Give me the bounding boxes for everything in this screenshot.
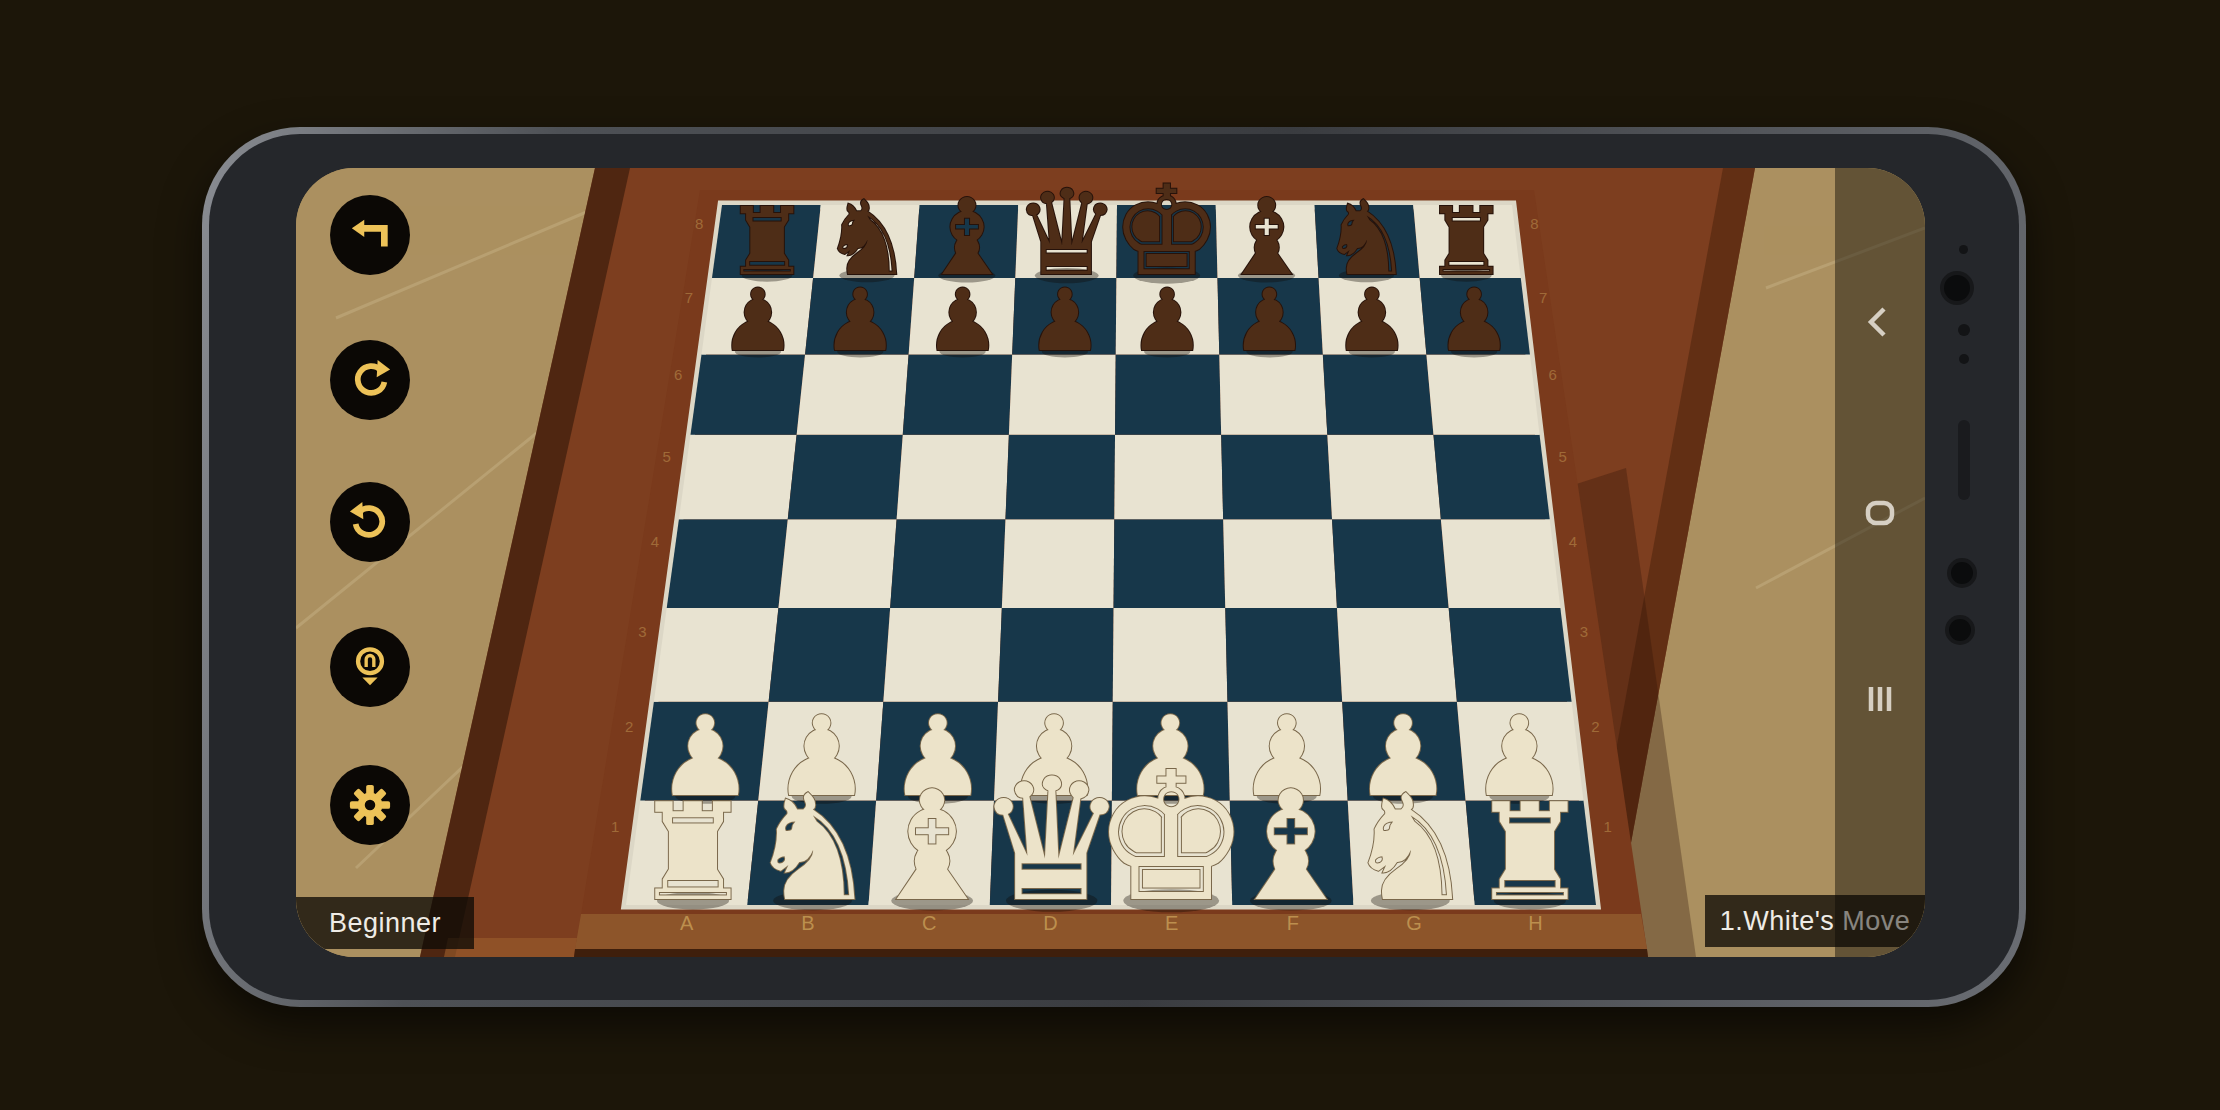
android-back-button[interactable] [1858,300,1902,344]
android-navbar [1835,168,1925,957]
svg-text:♟: ♟ [1026,270,1103,370]
rotate-counterclockwise-icon [348,500,392,544]
back-chevron-icon [1858,300,1902,344]
svg-text:♟: ♟ [1333,270,1410,370]
svg-text:♟: ♟ [1231,270,1308,370]
svg-text:♟: ♟ [1436,270,1513,370]
svg-text:3: 3 [638,623,646,640]
svg-text:2: 2 [1591,718,1599,735]
svg-text:♜: ♜ [1470,775,1590,931]
svg-text:5: 5 [663,448,671,465]
gear-icon [348,783,392,827]
rotate-clockwise-icon [348,358,392,402]
undo-button[interactable] [330,195,410,275]
hint-button[interactable] [330,627,410,707]
svg-text:3: 3 [1580,623,1588,640]
lightbulb-icon [348,645,392,689]
chess-board[interactable]: ABCDEFGH1122334455667788♜♞♝♛♚♝♞♜♟♟♟♟♟♟♟♟… [296,168,1925,957]
camera-lens [1949,619,1971,641]
svg-text:♝: ♝ [1223,758,1359,935]
svg-text:2: 2 [625,718,633,735]
svg-text:8: 8 [695,215,703,232]
svg-text:♟: ♟ [1129,270,1206,370]
svg-text:4: 4 [651,533,659,550]
svg-text:1: 1 [1603,818,1611,835]
android-home-button[interactable] [1858,491,1902,535]
difficulty-label: Beginner [329,908,441,938]
svg-text:♜: ♜ [633,775,753,931]
svg-text:4: 4 [1569,533,1577,550]
app-screen: ABCDEFGH1122334455667788♜♞♝♛♚♝♞♜♟♟♟♟♟♟♟♟… [296,168,1925,957]
svg-text:♟: ♟ [924,270,1001,370]
settings-button[interactable] [330,765,410,845]
svg-text:♟: ♟ [822,270,899,370]
svg-text:1: 1 [611,818,619,835]
difficulty-badge: Beginner [296,897,474,949]
svg-text:♞: ♞ [1345,763,1476,933]
camera-lens [1951,562,1973,584]
undo-arrow-icon [348,213,392,257]
camera-lens [1944,275,1970,301]
svg-text:7: 7 [685,289,693,306]
sensor-dot [1959,245,1968,254]
rotate-counterclockwise-button[interactable] [330,482,410,562]
android-recents-button[interactable] [1858,677,1902,721]
svg-text:8: 8 [1530,215,1538,232]
svg-text:6: 6 [674,366,682,383]
rotate-clockwise-button[interactable] [330,340,410,420]
home-circle-icon [1858,491,1902,535]
side-button [1958,420,1970,500]
svg-text:♟: ♟ [720,270,797,370]
phone-frame: ABCDEFGH1122334455667788♜♞♝♛♚♝♞♜♟♟♟♟♟♟♟♟… [202,127,2026,1007]
svg-text:6: 6 [1549,366,1557,383]
svg-text:♞: ♞ [747,763,878,933]
recents-bars-icon [1858,677,1902,721]
svg-text:7: 7 [1539,289,1547,306]
sensor-dot [1959,354,1969,364]
svg-text:5: 5 [1558,448,1566,465]
sensor-dot [1958,324,1970,336]
